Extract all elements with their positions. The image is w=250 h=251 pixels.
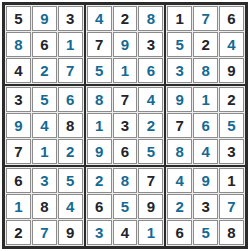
cell-r5c1[interactable]: 9 [6,113,31,138]
box-1-3: 176524389 [166,5,245,84]
cell-r9c4[interactable]: 3 [87,220,112,245]
cell-r4c1[interactable]: 3 [6,87,31,112]
box-3-2: 287659341 [86,167,165,246]
cell-r6c2[interactable]: 1 [32,139,57,164]
box-1-1: 593861427 [5,5,84,84]
sudoku-board: 5938614274287935161765243893569487128741… [2,2,248,249]
cell-r7c7[interactable]: 4 [167,168,192,193]
cell-r9c3[interactable]: 9 [58,220,83,245]
cell-r2c5[interactable]: 9 [113,32,138,57]
cell-r3c5[interactable]: 1 [113,58,138,83]
cell-r1c5[interactable]: 2 [113,6,138,31]
cell-r1c7[interactable]: 1 [167,6,192,31]
cell-r7c5[interactable]: 8 [113,168,138,193]
cell-r8c2[interactable]: 8 [32,194,57,219]
cell-r4c6[interactable]: 4 [138,87,163,112]
cell-r5c4[interactable]: 1 [87,113,112,138]
cell-r1c4[interactable]: 4 [87,6,112,31]
cell-r9c5[interactable]: 4 [113,220,138,245]
cell-r9c8[interactable]: 5 [193,220,218,245]
cell-r5c8[interactable]: 6 [193,113,218,138]
cell-r8c9[interactable]: 7 [219,194,244,219]
box-3-1: 635184279 [5,167,84,246]
cell-r6c1[interactable]: 7 [6,139,31,164]
box-2-1: 356948712 [5,86,84,165]
cell-r7c9[interactable]: 1 [219,168,244,193]
cell-r1c6[interactable]: 8 [138,6,163,31]
cell-r2c8[interactable]: 2 [193,32,218,57]
cell-r1c8[interactable]: 7 [193,6,218,31]
cell-r7c8[interactable]: 9 [193,168,218,193]
box-2-3: 912765843 [166,86,245,165]
cell-r8c4[interactable]: 6 [87,194,112,219]
cell-r3c1[interactable]: 4 [6,58,31,83]
cell-r9c1[interactable]: 2 [6,220,31,245]
cell-r1c1[interactable]: 5 [6,6,31,31]
cell-r6c6[interactable]: 5 [138,139,163,164]
cell-r3c8[interactable]: 8 [193,58,218,83]
cell-r5c5[interactable]: 3 [113,113,138,138]
cell-r1c3[interactable]: 3 [58,6,83,31]
cell-r9c7[interactable]: 6 [167,220,192,245]
cell-r5c3[interactable]: 8 [58,113,83,138]
box-2-2: 874132965 [86,86,165,165]
cell-r3c7[interactable]: 3 [167,58,192,83]
cell-r2c9[interactable]: 4 [219,32,244,57]
cell-r3c3[interactable]: 7 [58,58,83,83]
cell-r2c4[interactable]: 7 [87,32,112,57]
cell-r1c2[interactable]: 9 [32,6,57,31]
cell-r4c9[interactable]: 2 [219,87,244,112]
cell-r5c7[interactable]: 7 [167,113,192,138]
cell-r4c5[interactable]: 7 [113,87,138,112]
cell-r6c4[interactable]: 9 [87,139,112,164]
cell-r3c9[interactable]: 9 [219,58,244,83]
cell-r3c6[interactable]: 6 [138,58,163,83]
cell-r9c9[interactable]: 8 [219,220,244,245]
cell-r9c2[interactable]: 7 [32,220,57,245]
cell-r7c6[interactable]: 7 [138,168,163,193]
box-1-2: 428793516 [86,5,165,84]
cell-r7c3[interactable]: 5 [58,168,83,193]
cell-r4c2[interactable]: 5 [32,87,57,112]
cell-r3c4[interactable]: 5 [87,58,112,83]
cell-r6c9[interactable]: 3 [219,139,244,164]
cell-r7c4[interactable]: 2 [87,168,112,193]
cell-r2c3[interactable]: 1 [58,32,83,57]
cell-r2c2[interactable]: 6 [32,32,57,57]
cell-r8c1[interactable]: 1 [6,194,31,219]
cell-r2c7[interactable]: 5 [167,32,192,57]
cell-r2c6[interactable]: 3 [138,32,163,57]
cell-r2c1[interactable]: 8 [6,32,31,57]
cell-r8c7[interactable]: 2 [167,194,192,219]
cell-r5c9[interactable]: 5 [219,113,244,138]
cell-r5c6[interactable]: 2 [138,113,163,138]
cell-r4c4[interactable]: 8 [87,87,112,112]
cell-r6c8[interactable]: 4 [193,139,218,164]
box-3-3: 491237658 [166,167,245,246]
cell-r3c2[interactable]: 2 [32,58,57,83]
cell-r6c7[interactable]: 8 [167,139,192,164]
cell-r4c7[interactable]: 9 [167,87,192,112]
cell-r8c6[interactable]: 9 [138,194,163,219]
cell-r4c8[interactable]: 1 [193,87,218,112]
cell-r1c9[interactable]: 6 [219,6,244,31]
cell-r8c3[interactable]: 4 [58,194,83,219]
cell-r5c2[interactable]: 4 [32,113,57,138]
cell-r7c1[interactable]: 6 [6,168,31,193]
cell-r6c3[interactable]: 2 [58,139,83,164]
cell-r6c5[interactable]: 6 [113,139,138,164]
cell-r8c8[interactable]: 3 [193,194,218,219]
cell-r8c5[interactable]: 5 [113,194,138,219]
cell-r9c6[interactable]: 1 [138,220,163,245]
cell-r4c3[interactable]: 6 [58,87,83,112]
cell-r7c2[interactable]: 3 [32,168,57,193]
